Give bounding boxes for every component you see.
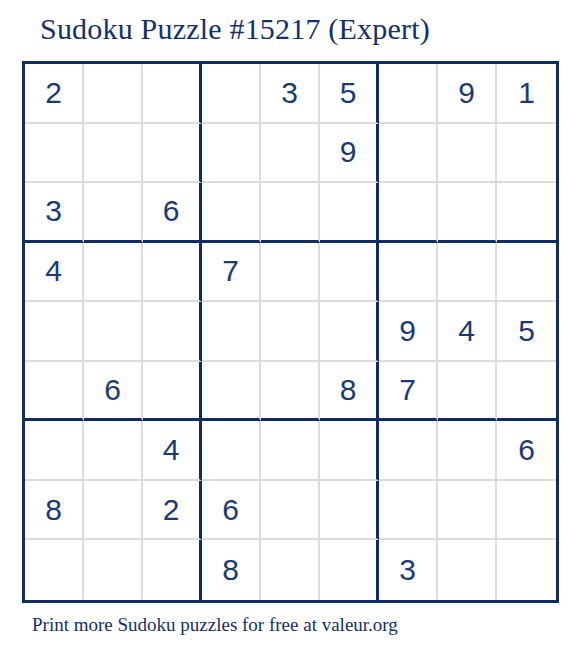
sudoku-cell-r1c2	[84, 64, 143, 124]
sudoku-cell-r6c5	[261, 362, 320, 422]
sudoku-cell-r9c1	[25, 540, 84, 600]
sudoku-cell-r9c8	[438, 540, 497, 600]
sudoku-cell-r7c5	[261, 421, 320, 481]
sudoku-cell-r4c8	[438, 243, 497, 303]
sudoku-cell-r5c9: 5	[497, 302, 556, 362]
sudoku-cell-r4c2	[84, 243, 143, 303]
sudoku-cell-r9c2	[84, 540, 143, 600]
sudoku-cell-r4c7	[379, 243, 438, 303]
sudoku-cell-r9c4: 8	[202, 540, 261, 600]
footer-note: Print more Sudoku puzzles for free at va…	[32, 614, 398, 636]
sudoku-cell-r8c6	[320, 481, 379, 541]
sudoku-cell-r8c8	[438, 481, 497, 541]
sudoku-cell-r7c6	[320, 421, 379, 481]
sudoku-cell-r9c9	[497, 540, 556, 600]
sudoku-cell-r9c7: 3	[379, 540, 438, 600]
sudoku-cell-r2c4	[202, 124, 261, 184]
sudoku-cell-r3c3: 6	[143, 183, 202, 243]
sudoku-cell-r7c2	[84, 421, 143, 481]
sudoku-cell-r2c1	[25, 124, 84, 184]
sudoku-cell-r1c8: 9	[438, 64, 497, 124]
sudoku-cell-r4c5	[261, 243, 320, 303]
sudoku-cell-r1c7	[379, 64, 438, 124]
sudoku-cell-r7c1	[25, 421, 84, 481]
sudoku-cell-r6c4	[202, 362, 261, 422]
sudoku-cell-r7c7	[379, 421, 438, 481]
sudoku-cell-r4c4: 7	[202, 243, 261, 303]
sudoku-cell-r2c9	[497, 124, 556, 184]
sudoku-cell-r3c6	[320, 183, 379, 243]
sudoku-cell-r2c8	[438, 124, 497, 184]
sudoku-cell-r9c5	[261, 540, 320, 600]
sudoku-cell-r3c4	[202, 183, 261, 243]
sudoku-cell-r3c8	[438, 183, 497, 243]
sudoku-cell-r5c3	[143, 302, 202, 362]
sudoku-cell-r5c5	[261, 302, 320, 362]
sudoku-cell-r3c9	[497, 183, 556, 243]
sudoku-cell-r8c9	[497, 481, 556, 541]
sudoku-cell-r6c1	[25, 362, 84, 422]
sudoku-cell-r8c4: 6	[202, 481, 261, 541]
sudoku-cell-r8c7	[379, 481, 438, 541]
sudoku-cell-r6c6: 8	[320, 362, 379, 422]
sudoku-cell-r2c7	[379, 124, 438, 184]
sudoku-cell-r3c1: 3	[25, 183, 84, 243]
sudoku-cell-r6c9	[497, 362, 556, 422]
sudoku-cell-r5c1	[25, 302, 84, 362]
page-title: Sudoku Puzzle #15217 (Expert)	[40, 12, 430, 46]
sudoku-cell-r7c3: 4	[143, 421, 202, 481]
sudoku-cell-r5c4	[202, 302, 261, 362]
sudoku-cell-r2c2	[84, 124, 143, 184]
sudoku-cell-r2c5	[261, 124, 320, 184]
sudoku-cell-r8c1: 8	[25, 481, 84, 541]
sudoku-cell-r1c9: 1	[497, 64, 556, 124]
sudoku-cell-r6c3	[143, 362, 202, 422]
sudoku-cell-r1c6: 5	[320, 64, 379, 124]
sudoku-cell-r2c3	[143, 124, 202, 184]
sudoku-cell-r5c8: 4	[438, 302, 497, 362]
sudoku-cell-r4c6	[320, 243, 379, 303]
sudoku-cell-r1c4	[202, 64, 261, 124]
sudoku-cell-r4c9	[497, 243, 556, 303]
sudoku-cell-r7c8	[438, 421, 497, 481]
sudoku-cell-r1c5: 3	[261, 64, 320, 124]
sudoku-cell-r1c3	[143, 64, 202, 124]
sudoku-cell-r1c1: 2	[25, 64, 84, 124]
sudoku-cell-r8c2	[84, 481, 143, 541]
sudoku-cell-r4c3	[143, 243, 202, 303]
sudoku-cell-r3c2	[84, 183, 143, 243]
sudoku-cell-r8c3: 2	[143, 481, 202, 541]
sudoku-cell-r5c6	[320, 302, 379, 362]
sudoku-cell-r6c2: 6	[84, 362, 143, 422]
sudoku-cell-r7c9: 6	[497, 421, 556, 481]
sudoku-page: Sudoku Puzzle #15217 (Expert) 2359193647…	[0, 0, 580, 651]
sudoku-cell-r5c2	[84, 302, 143, 362]
sudoku-cell-r5c7: 9	[379, 302, 438, 362]
sudoku-cell-r4c1: 4	[25, 243, 84, 303]
sudoku-board: 23591936479456874682683	[22, 61, 559, 603]
sudoku-cell-r9c6	[320, 540, 379, 600]
sudoku-cell-r7c4	[202, 421, 261, 481]
sudoku-cell-r3c5	[261, 183, 320, 243]
sudoku-cell-r2c6: 9	[320, 124, 379, 184]
sudoku-cell-r9c3	[143, 540, 202, 600]
sudoku-cell-r8c5	[261, 481, 320, 541]
sudoku-cell-r6c7: 7	[379, 362, 438, 422]
sudoku-cell-r6c8	[438, 362, 497, 422]
sudoku-cell-r3c7	[379, 183, 438, 243]
